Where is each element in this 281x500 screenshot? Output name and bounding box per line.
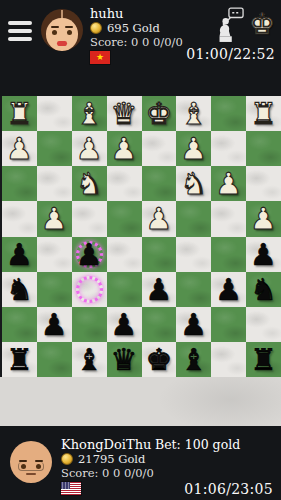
black-bishop: ♝ xyxy=(180,342,207,377)
vietnam-flag-icon: ★ xyxy=(90,51,110,64)
square-d5[interactable] xyxy=(107,237,142,272)
square-f3[interactable]: ♞ xyxy=(176,166,211,201)
bottom-player-avatar[interactable] xyxy=(10,441,52,483)
black-knight: ♞ xyxy=(250,272,277,307)
square-h8[interactable]: ♜ xyxy=(246,342,281,377)
black-pawn: ♟ xyxy=(250,237,277,272)
square-f4[interactable] xyxy=(176,201,211,236)
square-d4[interactable] xyxy=(107,201,142,236)
square-g4[interactable] xyxy=(211,201,246,236)
square-f2[interactable]: ♟ xyxy=(176,131,211,166)
bottom-player-clock: 01:06/23:05 xyxy=(184,481,273,497)
square-h6[interactable]: ♞ xyxy=(246,272,281,307)
top-player-gold: 695 Gold xyxy=(107,21,160,35)
square-d2[interactable]: ♟ xyxy=(107,131,142,166)
square-a8[interactable]: ♜ xyxy=(2,342,37,377)
black-rook: ♜ xyxy=(250,342,277,377)
square-a6[interactable]: ♞ xyxy=(2,272,37,307)
black-pawn: ♟ xyxy=(111,307,138,342)
square-d7[interactable]: ♟ xyxy=(107,307,142,342)
square-e4[interactable]: ♟ xyxy=(142,201,177,236)
square-b7[interactable]: ♟ xyxy=(37,307,72,342)
white-knight: ♞ xyxy=(180,166,207,201)
square-g2[interactable] xyxy=(211,131,246,166)
square-g1[interactable] xyxy=(211,96,246,131)
white-pawn: ♟ xyxy=(145,201,172,236)
black-pawn: ♟ xyxy=(41,307,68,342)
menu-icon[interactable] xyxy=(8,21,32,41)
white-pawn: ♟ xyxy=(6,131,33,166)
bottom-player-score: Score: 0 0 0/0/0 xyxy=(61,466,155,480)
square-a4[interactable] xyxy=(2,201,37,236)
square-e2[interactable] xyxy=(142,131,177,166)
square-g6[interactable]: ♟ xyxy=(211,272,246,307)
square-e3[interactable] xyxy=(142,166,177,201)
square-a5[interactable]: ♟ xyxy=(2,237,37,272)
gold-coin-icon xyxy=(61,453,73,465)
square-b1[interactable] xyxy=(37,96,72,131)
white-pawn: ♟ xyxy=(250,201,277,236)
black-pawn: ♟ xyxy=(145,272,172,307)
square-a1[interactable]: ♜ xyxy=(2,96,37,131)
white-pawn: ♟ xyxy=(41,201,68,236)
square-e5[interactable] xyxy=(142,237,177,272)
square-h7[interactable] xyxy=(246,307,281,342)
board-area: ♜♝♛♚♝♜♟♟♟♟♞♞♟♟♟♟♟♟♟♞♟♟♞♟♟♟♜♝♛♚♝♜ xyxy=(0,96,281,426)
bottom-player-gold: 21795 Gold xyxy=(78,452,145,466)
white-pawn: ♟ xyxy=(215,166,242,201)
top-player-avatar[interactable] xyxy=(41,9,83,51)
top-player-clock: 01:00/22:52 xyxy=(186,46,275,62)
square-a2[interactable]: ♟ xyxy=(2,131,37,166)
white-knight: ♞ xyxy=(76,166,103,201)
square-b5[interactable] xyxy=(37,237,72,272)
chess-app-window: huhu 695 Gold Score: 0 0 0/0/0 ★ xyxy=(0,0,281,500)
white-pawn: ♟ xyxy=(76,131,103,166)
square-e7[interactable] xyxy=(142,307,177,342)
black-rook: ♜ xyxy=(6,342,33,377)
square-g5[interactable] xyxy=(211,237,246,272)
bottom-player-bar: KhongDoiThu 21795 Gold Score: 0 0 0/0/0 … xyxy=(0,426,281,500)
black-bishop: ♝ xyxy=(76,342,103,377)
square-h4[interactable]: ♟ xyxy=(246,201,281,236)
square-c2[interactable]: ♟ xyxy=(72,131,107,166)
black-pawn: ♟ xyxy=(76,237,103,272)
square-h2[interactable] xyxy=(246,131,281,166)
square-b3[interactable] xyxy=(37,166,72,201)
black-pawn: ♟ xyxy=(215,272,242,307)
black-queen: ♛ xyxy=(111,342,138,377)
square-d3[interactable] xyxy=(107,166,142,201)
top-player-score: Score: 0 0 0/0/0 xyxy=(90,35,189,49)
square-e1[interactable]: ♚ xyxy=(142,96,177,131)
top-player-bar: huhu 695 Gold Score: 0 0 0/0/0 ★ xyxy=(0,0,281,63)
square-c5[interactable]: ♟ xyxy=(72,237,107,272)
square-a3[interactable] xyxy=(2,166,37,201)
square-h1[interactable]: ♜ xyxy=(246,96,281,131)
square-c8[interactable]: ♝ xyxy=(72,342,107,377)
square-f8[interactable]: ♝ xyxy=(176,342,211,377)
square-g3[interactable]: ♟ xyxy=(211,166,246,201)
square-a7[interactable] xyxy=(2,307,37,342)
top-player-name: huhu xyxy=(90,6,189,21)
bottom-player-name: KhongDoiThu xyxy=(61,437,155,452)
last-move-ring-c6 xyxy=(76,276,103,303)
square-c1[interactable]: ♝ xyxy=(72,96,107,131)
gold-coin-icon xyxy=(90,22,102,34)
usa-flag-icon xyxy=(61,482,81,495)
white-rook: ♜ xyxy=(6,96,33,131)
square-b4[interactable]: ♟ xyxy=(37,201,72,236)
square-h3[interactable] xyxy=(246,166,281,201)
square-f6[interactable] xyxy=(176,272,211,307)
thinker-icon xyxy=(212,7,244,43)
square-b2[interactable] xyxy=(37,131,72,166)
square-f7[interactable]: ♟ xyxy=(176,307,211,342)
square-e8[interactable]: ♚ xyxy=(142,342,177,377)
square-b8[interactable] xyxy=(37,342,72,377)
square-g8[interactable] xyxy=(211,342,246,377)
square-c4[interactable] xyxy=(72,201,107,236)
bet-amount: Bet: 100 gold xyxy=(155,437,240,452)
square-g7[interactable] xyxy=(211,307,246,342)
white-rook: ♜ xyxy=(250,96,277,131)
square-c3[interactable]: ♞ xyxy=(72,166,107,201)
black-knight: ♞ xyxy=(6,272,33,307)
square-f1[interactable]: ♝ xyxy=(176,96,211,131)
black-king: ♚ xyxy=(145,342,172,377)
square-b6[interactable] xyxy=(37,272,72,307)
white-bishop: ♝ xyxy=(180,96,207,131)
white-king-icon: ♚ xyxy=(249,6,275,42)
square-d1[interactable]: ♛ xyxy=(107,96,142,131)
white-pawn: ♟ xyxy=(180,131,207,166)
square-e6[interactable]: ♟ xyxy=(142,272,177,307)
white-king: ♚ xyxy=(145,96,172,131)
square-d8[interactable]: ♛ xyxy=(107,342,142,377)
square-d6[interactable] xyxy=(107,272,142,307)
white-pawn: ♟ xyxy=(111,131,138,166)
square-h5[interactable]: ♟ xyxy=(246,237,281,272)
square-c6[interactable] xyxy=(72,272,107,307)
square-c7[interactable] xyxy=(72,307,107,342)
white-bishop: ♝ xyxy=(76,96,103,131)
black-pawn: ♟ xyxy=(6,237,33,272)
black-pawn: ♟ xyxy=(180,307,207,342)
white-queen: ♛ xyxy=(111,96,138,131)
chess-board: ♜♝♛♚♝♜♟♟♟♟♞♞♟♟♟♟♟♟♟♞♟♟♞♟♟♟♜♝♛♚♝♜ xyxy=(0,96,281,377)
square-f5[interactable] xyxy=(176,237,211,272)
vietnam-star: ★ xyxy=(96,53,104,62)
